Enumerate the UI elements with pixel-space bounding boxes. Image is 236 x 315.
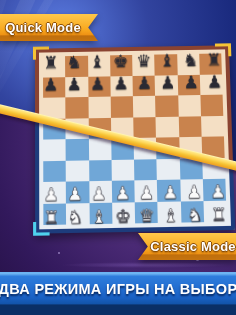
piece-wp-d2: ♟: [111, 182, 135, 205]
board-corner-accent-icon: [215, 43, 231, 56]
piece-wp-a2: ♟: [39, 184, 63, 207]
promo-screen: ♜♞♝♚♛♝♞♜♟♟♟♟♟♟♟♟♟♟♟♟♟♟♟♟♜♞♝♚♛♝♞♜ Quick M…: [0, 0, 236, 315]
quick-mode-label: Quick Mode: [5, 20, 81, 35]
piece-wk-d1: ♚: [111, 205, 135, 228]
piece-bq-e8: ♛: [132, 51, 156, 73]
piece-bp-f7: ♟: [156, 72, 180, 94]
piece-bn-g8: ♞: [179, 50, 203, 72]
piece-wp-b2: ♟: [63, 183, 87, 206]
piece-bb-f8: ♝: [155, 50, 179, 72]
modes-banner-text: ДВА РЕЖИМА ИГРЫ НА ВЫБОР: [0, 281, 236, 297]
piece-bp-e7: ♟: [132, 72, 156, 94]
piece-bp-h7: ♟: [202, 71, 226, 93]
piece-bb-c8: ♝: [86, 51, 110, 73]
piece-bk-d8: ♚: [109, 51, 133, 73]
sparkle-dot: [58, 252, 60, 254]
piece-bp-c7: ♟: [86, 73, 110, 95]
piece-bn-b8: ♞: [62, 52, 85, 74]
piece-bp-d7: ♟: [109, 72, 133, 94]
piece-wp-f2: ♟: [158, 182, 182, 205]
light-streak: [60, 262, 230, 268]
piece-wp-e2: ♟: [134, 182, 158, 205]
piece-wn-b1: ♞: [63, 206, 87, 229]
classic-mode-label: Classic Mode: [150, 239, 236, 254]
board-corner-accent-icon: [33, 222, 50, 236]
piece-wb-f1: ♝: [159, 204, 183, 227]
piece-bp-g7: ♟: [179, 71, 203, 93]
modes-banner: ДВА РЕЖИМА ИГРЫ НА ВЫБОР: [0, 272, 236, 315]
board-corner-accent-icon: [33, 46, 49, 59]
piece-wq-e1: ♛: [135, 205, 159, 228]
piece-wr-h1: ♜: [206, 203, 231, 226]
piece-wn-g1: ♞: [183, 204, 208, 227]
piece-bp-b7: ♟: [62, 73, 86, 95]
classic-mode-ribbon[interactable]: Classic Mode: [138, 233, 236, 260]
piece-wp-c2: ♟: [87, 183, 111, 206]
quick-mode-ribbon[interactable]: Quick Mode: [0, 14, 98, 41]
piece-wp-g2: ♟: [182, 181, 206, 204]
piece-wp-h2: ♟: [206, 181, 231, 204]
piece-wb-c1: ♝: [87, 205, 111, 228]
piece-bp-a7: ♟: [39, 74, 62, 96]
